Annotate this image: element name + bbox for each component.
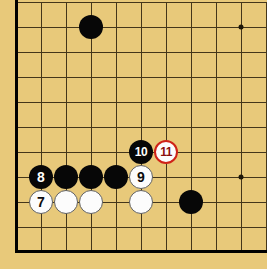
stone-white[interactable]: 7 [29,190,53,214]
stones-layer: 1011897 [4,0,268,265]
stone-white[interactable] [79,190,103,214]
stone-black[interactable] [104,165,128,189]
stone-white[interactable]: 9 [129,165,153,189]
stone-black[interactable]: 10 [129,140,153,164]
stone-black[interactable] [79,165,103,189]
stone-white[interactable] [54,190,78,214]
stone-black[interactable]: 8 [29,165,53,189]
stone-white[interactable] [129,190,153,214]
stone-black[interactable] [79,15,103,39]
stone-white-last-move[interactable]: 11 [154,140,178,164]
stone-black[interactable] [54,165,78,189]
go-board[interactable]: 1011897 [0,0,267,269]
stone-black[interactable] [179,190,203,214]
